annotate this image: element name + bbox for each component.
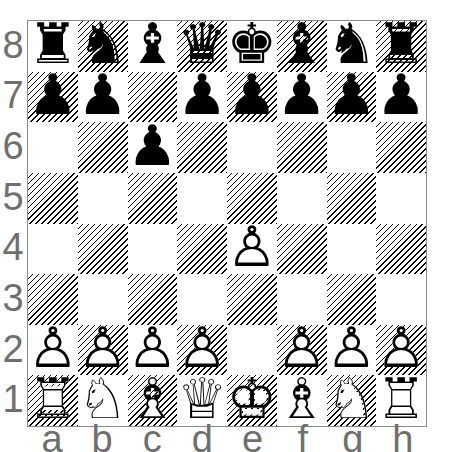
file-label-c: c bbox=[127, 426, 177, 452]
square-f6[interactable] bbox=[277, 122, 327, 173]
file-label-h: h bbox=[378, 426, 428, 452]
piece-outline-layer: ♙ bbox=[227, 219, 277, 275]
square-g5[interactable] bbox=[327, 173, 377, 224]
square-d7[interactable]: ♟ bbox=[177, 72, 227, 123]
rank-label-8: 8 bbox=[0, 20, 26, 71]
square-g4[interactable] bbox=[327, 224, 377, 275]
black-pawn[interactable]: ♟ bbox=[177, 72, 227, 123]
square-a4[interactable] bbox=[28, 224, 78, 275]
square-b6[interactable] bbox=[78, 122, 128, 173]
square-c5[interactable] bbox=[128, 173, 178, 224]
square-b7[interactable]: ♟ bbox=[78, 72, 128, 123]
chess-board[interactable]: ♜♞♝♛♚♝♞♜♟♟♟♟♟♟♟♟♟♙♟♙♟♙♟♙♟♙♟♙♟♙♟♙♜♖♞♘♝♗♛♕… bbox=[27, 20, 427, 427]
square-g6[interactable] bbox=[327, 122, 377, 173]
square-d4[interactable] bbox=[177, 224, 227, 275]
square-h4[interactable] bbox=[376, 224, 426, 275]
black-bishop[interactable]: ♝ bbox=[128, 21, 178, 72]
square-e4[interactable]: ♟♙ bbox=[227, 224, 277, 275]
square-a6[interactable] bbox=[28, 122, 78, 173]
piece-fill-layer: ♟ bbox=[127, 118, 177, 174]
square-g7[interactable]: ♟ bbox=[327, 72, 377, 123]
black-pawn[interactable]: ♟ bbox=[277, 72, 327, 123]
black-pawn[interactable]: ♟ bbox=[327, 72, 377, 123]
rank-label-7: 7 bbox=[0, 71, 26, 122]
square-d6[interactable] bbox=[177, 122, 227, 173]
chess-diagram: ♜♞♝♛♚♝♞♜♟♟♟♟♟♟♟♟♟♙♟♙♟♙♟♙♟♙♟♙♟♙♟♙♜♖♞♘♝♗♛♕… bbox=[0, 0, 452, 452]
black-pawn[interactable]: ♟ bbox=[227, 72, 277, 123]
square-b4[interactable] bbox=[78, 224, 128, 275]
square-h6[interactable] bbox=[376, 122, 426, 173]
piece-fill-layer: ♟ bbox=[177, 67, 227, 123]
file-labels: abcdefgh bbox=[27, 426, 428, 452]
square-h7[interactable]: ♟ bbox=[376, 72, 426, 123]
rank-label-2: 2 bbox=[0, 324, 26, 375]
square-c8[interactable]: ♝ bbox=[128, 21, 178, 72]
file-label-b: b bbox=[77, 426, 127, 452]
piece-fill-layer: ♟ bbox=[28, 67, 78, 123]
black-pawn[interactable]: ♟ bbox=[78, 72, 128, 123]
square-a5[interactable] bbox=[28, 173, 78, 224]
file-label-d: d bbox=[177, 426, 227, 452]
file-label-a: a bbox=[27, 426, 77, 452]
piece-fill-layer: ♟ bbox=[78, 67, 128, 123]
file-label-g: g bbox=[328, 426, 378, 452]
square-f7[interactable]: ♟ bbox=[277, 72, 327, 123]
square-d5[interactable] bbox=[177, 173, 227, 224]
file-label-f: f bbox=[278, 426, 328, 452]
file-label-e: e bbox=[228, 426, 278, 452]
square-c6[interactable]: ♟ bbox=[128, 122, 178, 173]
rank-label-6: 6 bbox=[0, 121, 26, 172]
piece-fill-layer: ♟ bbox=[326, 67, 376, 123]
square-c4[interactable] bbox=[128, 224, 178, 275]
piece-fill-layer: ♟ bbox=[277, 67, 327, 123]
rank-label-4: 4 bbox=[0, 223, 26, 274]
black-pawn[interactable]: ♟ bbox=[376, 72, 426, 123]
square-e3[interactable] bbox=[227, 274, 277, 325]
square-b5[interactable] bbox=[78, 173, 128, 224]
rank-label-5: 5 bbox=[0, 172, 26, 223]
square-a7[interactable]: ♟ bbox=[28, 72, 78, 123]
piece-fill-layer: ♟ bbox=[376, 67, 426, 123]
square-f4[interactable] bbox=[277, 224, 327, 275]
white-pawn[interactable]: ♟♙ bbox=[227, 224, 277, 275]
rank-label-1: 1 bbox=[0, 374, 26, 425]
square-e6[interactable] bbox=[227, 122, 277, 173]
piece-fill-layer: ♝ bbox=[127, 17, 177, 73]
square-e7[interactable]: ♟ bbox=[227, 72, 277, 123]
black-pawn[interactable]: ♟ bbox=[128, 122, 178, 173]
piece-fill-layer: ♟ bbox=[227, 67, 277, 123]
square-h5[interactable] bbox=[376, 173, 426, 224]
square-f5[interactable] bbox=[277, 173, 327, 224]
black-pawn[interactable]: ♟ bbox=[28, 72, 78, 123]
rank-label-3: 3 bbox=[0, 273, 26, 324]
